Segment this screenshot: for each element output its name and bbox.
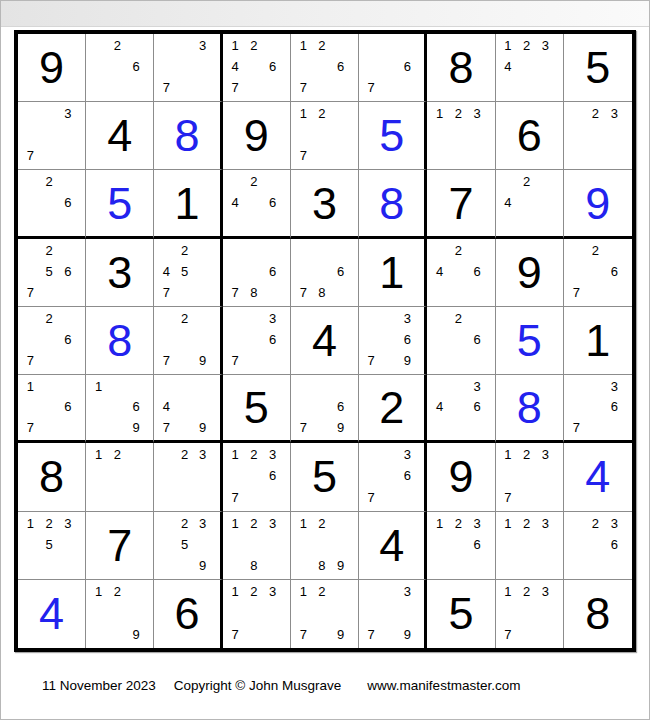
pencil-mark-2: 2	[517, 171, 536, 191]
cell-digit: 6	[496, 102, 563, 169]
cell-r6c7[interactable]: 346	[427, 375, 495, 443]
pencil-mark-2: 2	[40, 513, 59, 534]
pencil-mark-1: 1	[499, 513, 518, 534]
pencil-mark-9: 9	[398, 350, 416, 371]
cell-r8c1[interactable]: 1235	[18, 512, 86, 580]
pencil-mark-2: 2	[517, 35, 536, 56]
cell-r8c8[interactable]: 123	[496, 512, 564, 580]
cell-digit: 1	[359, 239, 424, 306]
pencil-mark-2: 2	[517, 513, 536, 534]
pencil-mark-1: 1	[226, 444, 245, 465]
pencil-mark-3: 3	[468, 376, 487, 396]
pencil-mark-6: 6	[468, 534, 487, 555]
cell-digit: 8	[496, 375, 563, 440]
pencil-mark-7: 7	[21, 417, 40, 437]
pencil-mark-7: 7	[499, 624, 518, 645]
cell-r4c9[interactable]: 267	[564, 239, 632, 307]
pencil-mark-2: 2	[586, 513, 605, 534]
cell-r7c9[interactable]: 4	[564, 443, 632, 511]
pencil-mark-6: 6	[58, 329, 77, 350]
pencil-mark-2: 2	[449, 513, 468, 534]
pencil-mark-7: 7	[294, 145, 313, 166]
pencil-marks: 246	[223, 170, 290, 235]
pencil-mark-6: 6	[398, 56, 416, 77]
pencil-marks: 129	[86, 580, 153, 648]
cell-r8c9[interactable]: 236	[564, 512, 632, 580]
pencil-marks: 23	[564, 102, 632, 169]
cell-r6c1[interactable]: 167	[18, 375, 86, 443]
pencil-mark-6: 6	[263, 465, 282, 486]
cell-r1c3[interactable]: 37	[154, 34, 222, 102]
pencil-marks: 1234	[496, 34, 563, 101]
pencil-mark-1: 1	[499, 444, 518, 465]
cell-digit: 9	[496, 239, 563, 306]
cell-r8c3[interactable]: 2359	[154, 512, 222, 580]
cell-r3c6[interactable]: 8	[359, 170, 427, 238]
cell-r7c5[interactable]: 5	[291, 443, 359, 511]
pencil-mark-1: 1	[89, 581, 108, 602]
cell-r1c4[interactable]: 12467	[223, 34, 291, 102]
cell-r6c8[interactable]: 8	[496, 375, 564, 443]
pencil-mark-6: 6	[58, 261, 77, 282]
pencil-marks: 367	[223, 307, 290, 374]
pencil-marks: 1289	[291, 512, 358, 579]
pencil-mark-2: 2	[244, 581, 263, 602]
cell-r2c9[interactable]: 23	[564, 102, 632, 170]
pencil-marks: 37	[154, 34, 219, 101]
cell-r6c3[interactable]: 479	[154, 375, 222, 443]
pencil-mark-2: 2	[40, 171, 59, 191]
pencil-mark-5: 5	[176, 534, 194, 555]
pencil-marks: 236	[564, 512, 632, 579]
pencil-mark-7: 7	[157, 77, 175, 98]
cell-r5c4[interactable]: 367	[223, 307, 291, 375]
pencil-mark-4: 4	[430, 261, 449, 282]
pencil-mark-9: 9	[127, 417, 146, 437]
pencil-mark-3: 3	[468, 103, 487, 124]
pencil-mark-7: 7	[294, 77, 313, 98]
cell-r6c5[interactable]: 679	[291, 375, 359, 443]
cell-digit: 9	[427, 443, 494, 510]
pencil-mark-1: 1	[226, 35, 245, 56]
pencil-mark-1: 1	[226, 513, 245, 534]
pencil-mark-6: 6	[468, 397, 487, 417]
pencil-marks: 12	[86, 443, 153, 510]
pencil-mark-6: 6	[605, 261, 624, 282]
cell-digit: 2	[359, 375, 424, 440]
pencil-mark-3: 3	[536, 513, 555, 534]
cell-r8c7[interactable]: 1236	[427, 512, 495, 580]
pencil-marks: 379	[359, 580, 424, 648]
pencil-mark-7: 7	[226, 486, 245, 507]
cell-digit: 1	[564, 307, 632, 374]
cell-digit: 7	[86, 512, 153, 579]
cell-r2c2[interactable]: 4	[86, 102, 154, 170]
cell-r4c5[interactable]: 678	[291, 239, 359, 307]
cell-r1c6[interactable]: 67	[359, 34, 427, 102]
pencil-mark-9: 9	[331, 555, 350, 576]
cell-r6c2[interactable]: 169	[86, 375, 154, 443]
pencil-marks: 678	[223, 239, 290, 306]
pencil-mark-2: 2	[586, 103, 605, 124]
cell-r5c3[interactable]: 279	[154, 307, 222, 375]
pencil-mark-7: 7	[226, 282, 245, 303]
pencil-marks: 26	[427, 307, 494, 374]
cell-r9c7[interactable]: 5	[427, 580, 495, 648]
pencil-mark-3: 3	[398, 581, 416, 602]
cell-digit: 6	[154, 580, 219, 648]
cell-digit: 5	[359, 102, 424, 169]
pencil-mark-2: 2	[40, 240, 59, 261]
pencil-mark-3: 3	[536, 35, 555, 56]
pencil-mark-6: 6	[398, 465, 416, 486]
pencil-mark-6: 6	[468, 261, 487, 282]
pencil-mark-2: 2	[176, 444, 194, 465]
pencil-mark-2: 2	[244, 513, 263, 534]
pencil-mark-7: 7	[567, 282, 586, 303]
pencil-mark-6: 6	[127, 397, 146, 417]
cell-digit: 8	[154, 102, 219, 169]
cell-r9c8[interactable]: 1237	[496, 580, 564, 648]
pencil-mark-3: 3	[194, 35, 212, 56]
cell-r7c8[interactable]: 1237	[496, 443, 564, 511]
cell-r1c7[interactable]: 8	[427, 34, 495, 102]
cell-r6c4[interactable]: 5	[223, 375, 291, 443]
pencil-marks: 1237	[496, 580, 563, 648]
cell-digit: 8	[427, 34, 494, 101]
pencil-marks: 12467	[223, 34, 290, 101]
pencil-mark-5: 5	[40, 534, 59, 555]
pencil-mark-3: 3	[536, 444, 555, 465]
pencil-mark-7: 7	[294, 417, 313, 437]
cell-digit: 8	[564, 580, 632, 648]
pencil-marks: 23	[154, 443, 219, 510]
pencil-mark-7: 7	[21, 145, 40, 166]
pencil-marks: 167	[18, 375, 85, 440]
pencil-mark-9: 9	[331, 417, 350, 437]
pencil-mark-9: 9	[194, 417, 212, 437]
footer-copyright: Copyright © John Musgrave	[174, 678, 342, 693]
pencil-mark-6: 6	[58, 192, 77, 212]
cell-r5c7[interactable]: 26	[427, 307, 495, 375]
cell-digit: 3	[86, 239, 153, 306]
pencil-marks: 267	[18, 307, 85, 374]
cell-r3c9[interactable]: 9	[564, 170, 632, 238]
cell-r8c5[interactable]: 1289	[291, 512, 359, 580]
cell-r9c4[interactable]: 1237	[223, 580, 291, 648]
pencil-mark-4: 4	[499, 56, 518, 77]
cell-digit: 9	[18, 34, 85, 101]
pencil-mark-6: 6	[263, 261, 282, 282]
pencil-mark-1: 1	[294, 103, 313, 124]
pencil-marks: 2359	[154, 512, 219, 579]
pencil-mark-7: 7	[226, 77, 245, 98]
cell-r2c4[interactable]: 9	[223, 102, 291, 170]
pencil-mark-2: 2	[313, 35, 332, 56]
pencil-mark-2: 2	[176, 308, 194, 329]
pencil-mark-7: 7	[499, 486, 518, 507]
pencil-mark-2: 2	[517, 581, 536, 602]
pencil-mark-9: 9	[194, 350, 212, 371]
pencil-mark-9: 9	[194, 555, 212, 576]
cell-r1c9[interactable]: 5	[564, 34, 632, 102]
pencil-mark-3: 3	[536, 581, 555, 602]
cell-digit: 5	[223, 375, 290, 440]
pencil-mark-9: 9	[398, 624, 416, 645]
pencil-mark-6: 6	[331, 56, 350, 77]
cell-digit: 8	[86, 307, 153, 374]
cell-digit: 5	[564, 34, 632, 101]
cell-r3c2[interactable]: 5	[86, 170, 154, 238]
pencil-mark-3: 3	[468, 513, 487, 534]
cell-digit: 4	[291, 307, 358, 374]
pencil-mark-7: 7	[157, 417, 175, 437]
cell-r6c9[interactable]: 367	[564, 375, 632, 443]
pencil-marks: 2567	[18, 239, 85, 306]
pencil-mark-6: 6	[263, 329, 282, 350]
pencil-mark-2: 2	[244, 444, 263, 465]
pencil-marks: 267	[564, 239, 632, 306]
cell-r5c6[interactable]: 3679	[359, 307, 427, 375]
pencil-mark-4: 4	[430, 397, 449, 417]
pencil-marks: 367	[359, 443, 424, 510]
cell-r5c8[interactable]: 5	[496, 307, 564, 375]
cell-r7c1[interactable]: 8	[18, 443, 86, 511]
pencil-mark-2: 2	[108, 581, 127, 602]
cell-r3c5[interactable]: 3	[291, 170, 359, 238]
sudoku-board: 9263712467126767812345374891275123623265…	[14, 30, 636, 652]
pencil-mark-4: 4	[226, 56, 245, 77]
pencil-marks: 26	[18, 170, 85, 235]
pencil-mark-1: 1	[21, 376, 40, 396]
pencil-mark-7: 7	[21, 350, 40, 371]
pencil-mark-5: 5	[40, 261, 59, 282]
pencil-mark-3: 3	[605, 513, 624, 534]
pencil-marks: 1279	[291, 580, 358, 648]
pencil-mark-7: 7	[157, 282, 175, 303]
pencil-mark-3: 3	[194, 513, 212, 534]
pencil-mark-2: 2	[176, 240, 194, 261]
pencil-mark-8: 8	[313, 555, 332, 576]
cell-r7c2[interactable]: 12	[86, 443, 154, 511]
pencil-mark-7: 7	[362, 624, 380, 645]
cell-r3c1[interactable]: 26	[18, 170, 86, 238]
pencil-mark-2: 2	[108, 444, 127, 465]
cell-digit: 5	[496, 307, 563, 374]
cell-r9c2[interactable]: 129	[86, 580, 154, 648]
cell-digit: 4	[86, 102, 153, 169]
pencil-marks: 24	[496, 170, 563, 235]
cell-digit: 4	[564, 443, 632, 510]
cell-digit: 5	[291, 443, 358, 510]
pencil-mark-2: 2	[449, 308, 468, 329]
title-bar	[1, 1, 649, 27]
pencil-marks: 678	[291, 239, 358, 306]
pencil-mark-2: 2	[586, 240, 605, 261]
cell-r8c2[interactable]: 7	[86, 512, 154, 580]
pencil-marks: 1235	[18, 512, 85, 579]
pencil-mark-4: 4	[157, 261, 175, 282]
pencil-marks: 279	[154, 307, 219, 374]
pencil-marks: 1236	[427, 512, 494, 579]
cell-r4c4[interactable]: 678	[223, 239, 291, 307]
cell-digit: 9	[564, 170, 632, 235]
pencil-mark-3: 3	[58, 513, 77, 534]
cell-r9c5[interactable]: 1279	[291, 580, 359, 648]
pencil-mark-1: 1	[89, 376, 108, 396]
cell-r2c1[interactable]: 37	[18, 102, 86, 170]
pencil-mark-4: 4	[499, 192, 518, 212]
cell-r7c3[interactable]: 23	[154, 443, 222, 511]
pencil-mark-3: 3	[58, 103, 77, 124]
pencil-mark-6: 6	[605, 397, 624, 417]
cell-r7c6[interactable]: 367	[359, 443, 427, 511]
pencil-marks: 127	[291, 102, 358, 169]
pencil-mark-1: 1	[294, 35, 313, 56]
cell-r3c3[interactable]: 1	[154, 170, 222, 238]
cell-r1c5[interactable]: 1267	[291, 34, 359, 102]
pencil-mark-4: 4	[226, 192, 245, 212]
cell-r7c7[interactable]: 9	[427, 443, 495, 511]
pencil-marks: 1237	[223, 580, 290, 648]
pencil-marks: 2457	[154, 239, 219, 306]
pencil-mark-2: 2	[449, 103, 468, 124]
pencil-mark-6: 6	[468, 329, 487, 350]
cell-digit: 3	[291, 170, 358, 235]
pencil-marks: 12367	[223, 443, 290, 510]
cell-digit: 5	[427, 580, 494, 648]
pencil-mark-7: 7	[362, 486, 380, 507]
pencil-mark-2: 2	[108, 35, 127, 56]
cell-r9c1[interactable]: 4	[18, 580, 86, 648]
cell-r4c6[interactable]: 1	[359, 239, 427, 307]
footer-website: www.manifestmaster.com	[367, 678, 520, 693]
cell-r7c4[interactable]: 12367	[223, 443, 291, 511]
cell-r4c3[interactable]: 2457	[154, 239, 222, 307]
pencil-marks: 26	[86, 34, 153, 101]
pencil-mark-1: 1	[294, 513, 313, 534]
pencil-mark-3: 3	[263, 581, 282, 602]
cell-r4c7[interactable]: 246	[427, 239, 495, 307]
pencil-marks: 37	[18, 102, 85, 169]
cell-r4c1[interactable]: 2567	[18, 239, 86, 307]
pencil-mark-3: 3	[263, 513, 282, 534]
pencil-marks: 169	[86, 375, 153, 440]
cell-r2c8[interactable]: 6	[496, 102, 564, 170]
pencil-marks: 679	[291, 375, 358, 440]
cell-r8c6[interactable]: 4	[359, 512, 427, 580]
pencil-mark-7: 7	[157, 350, 175, 371]
cell-r1c2[interactable]: 26	[86, 34, 154, 102]
pencil-mark-3: 3	[398, 444, 416, 465]
pencil-mark-2: 2	[40, 308, 59, 329]
pencil-mark-1: 1	[499, 581, 518, 602]
cell-digit: 9	[223, 102, 290, 169]
pencil-mark-6: 6	[605, 534, 624, 555]
pencil-mark-7: 7	[362, 350, 380, 371]
cell-r4c2[interactable]: 3	[86, 239, 154, 307]
cell-digit: 1	[154, 170, 219, 235]
pencil-mark-2: 2	[449, 240, 468, 261]
footer: 11 November 2023Copyright © John Musgrav…	[42, 678, 520, 693]
cell-r3c4[interactable]: 246	[223, 170, 291, 238]
cell-digit: 7	[427, 170, 494, 235]
pencil-mark-1: 1	[21, 513, 40, 534]
pencil-mark-9: 9	[331, 624, 350, 645]
cell-r2c6[interactable]: 5	[359, 102, 427, 170]
cell-r2c7[interactable]: 123	[427, 102, 495, 170]
cell-digit: 8	[359, 170, 424, 235]
pencil-mark-3: 3	[194, 444, 212, 465]
pencil-mark-2: 2	[244, 35, 263, 56]
cell-r9c9[interactable]: 8	[564, 580, 632, 648]
cell-r9c3[interactable]: 6	[154, 580, 222, 648]
pencil-marks: 123	[496, 512, 563, 579]
cell-digit: 8	[18, 443, 85, 510]
pencil-mark-6: 6	[331, 261, 350, 282]
cell-r1c1[interactable]: 9	[18, 34, 86, 102]
pencil-mark-3: 3	[398, 308, 416, 329]
pencil-mark-5: 5	[176, 261, 194, 282]
pencil-mark-1: 1	[430, 103, 449, 124]
cell-r3c7[interactable]: 7	[427, 170, 495, 238]
pencil-mark-2: 2	[176, 513, 194, 534]
cell-r8c4[interactable]: 1238	[223, 512, 291, 580]
pencil-mark-1: 1	[430, 513, 449, 534]
cell-r1c8[interactable]: 1234	[496, 34, 564, 102]
pencil-mark-6: 6	[58, 397, 77, 417]
pencil-mark-3: 3	[605, 376, 624, 396]
cell-r5c9[interactable]: 1	[564, 307, 632, 375]
pencil-marks: 1238	[223, 512, 290, 579]
pencil-mark-3: 3	[605, 103, 624, 124]
cell-r2c3[interactable]: 8	[154, 102, 222, 170]
pencil-marks: 246	[427, 239, 494, 306]
cell-r5c5[interactable]: 4	[291, 307, 359, 375]
pencil-mark-9: 9	[127, 624, 146, 645]
pencil-mark-1: 1	[499, 35, 518, 56]
pencil-marks: 1237	[496, 443, 563, 510]
pencil-mark-8: 8	[313, 282, 332, 303]
cell-r6c6[interactable]: 2	[359, 375, 427, 443]
pencil-mark-6: 6	[331, 397, 350, 417]
cell-r5c1[interactable]: 267	[18, 307, 86, 375]
pencil-marks: 367	[564, 375, 632, 440]
cell-digit: 4	[18, 580, 85, 648]
pencil-mark-7: 7	[362, 77, 380, 98]
cell-r9c6[interactable]: 379	[359, 580, 427, 648]
pencil-mark-2: 2	[244, 171, 263, 191]
pencil-mark-1: 1	[89, 444, 108, 465]
cell-r2c5[interactable]: 127	[291, 102, 359, 170]
pencil-mark-1: 1	[294, 581, 313, 602]
pencil-mark-6: 6	[263, 56, 282, 77]
cell-r3c8[interactable]: 24	[496, 170, 564, 238]
cell-r5c2[interactable]: 8	[86, 307, 154, 375]
pencil-mark-8: 8	[244, 282, 263, 303]
pencil-mark-3: 3	[263, 308, 282, 329]
pencil-mark-2: 2	[517, 444, 536, 465]
cell-digit: 5	[86, 170, 153, 235]
pencil-marks: 479	[154, 375, 219, 440]
cell-r4c8[interactable]: 9	[496, 239, 564, 307]
pencil-marks: 67	[359, 34, 424, 101]
cell-digit: 4	[359, 512, 424, 579]
pencil-mark-8: 8	[244, 555, 263, 576]
pencil-mark-7: 7	[21, 282, 40, 303]
pencil-mark-7: 7	[567, 417, 586, 437]
pencil-marks: 123	[427, 102, 494, 169]
